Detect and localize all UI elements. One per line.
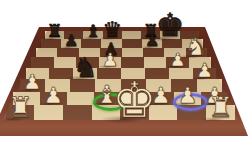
piece-white-knight-h6[interactable]: ♞ — [185, 35, 207, 59]
square-f5[interactable] — [144, 57, 167, 67]
chess-3d-scene: ♜♝♛♜♚♟♟♟♞♟♟♞♟♟♟♝♟♟♟♜♚♜ — [0, 0, 250, 141]
piece-white-pawn-b2[interactable]: ♟ — [43, 84, 63, 106]
piece-white-pawn-a3[interactable]: ♟ — [23, 72, 41, 93]
piece-black-king-g8[interactable]: ♚ — [156, 10, 184, 42]
square-a6[interactable] — [36, 48, 57, 58]
piece-black-knight-c4[interactable]: ♞ — [73, 54, 98, 82]
piece-black-queen-d8[interactable]: ♛ — [103, 19, 122, 41]
square-c1[interactable] — [63, 105, 92, 120]
square-e7[interactable] — [122, 39, 142, 48]
piece-black-rook-a8[interactable]: ♜ — [47, 22, 63, 40]
piece-white-pawn-h4[interactable]: ♟ — [196, 61, 213, 80]
piece-black-pawn-b7[interactable]: ♟ — [64, 33, 78, 49]
square-e5[interactable] — [121, 57, 144, 67]
square-e6[interactable] — [122, 48, 143, 58]
piece-white-pawn-d5[interactable]: ♟ — [102, 51, 118, 69]
piece-white-rook-a1[interactable]: ♜ — [7, 94, 32, 122]
piece-white-king-e1[interactable]: ♚ — [112, 75, 156, 124]
piece-black-pawn-f7[interactable]: ♟ — [145, 33, 159, 49]
square-a5[interactable] — [31, 57, 54, 67]
piece-white-rook-h1[interactable]: ♜ — [208, 94, 233, 122]
piece-white-pawn-g2[interactable]: ♟ — [178, 84, 198, 106]
piece-white-pawn-g5[interactable]: ♟ — [170, 51, 186, 69]
